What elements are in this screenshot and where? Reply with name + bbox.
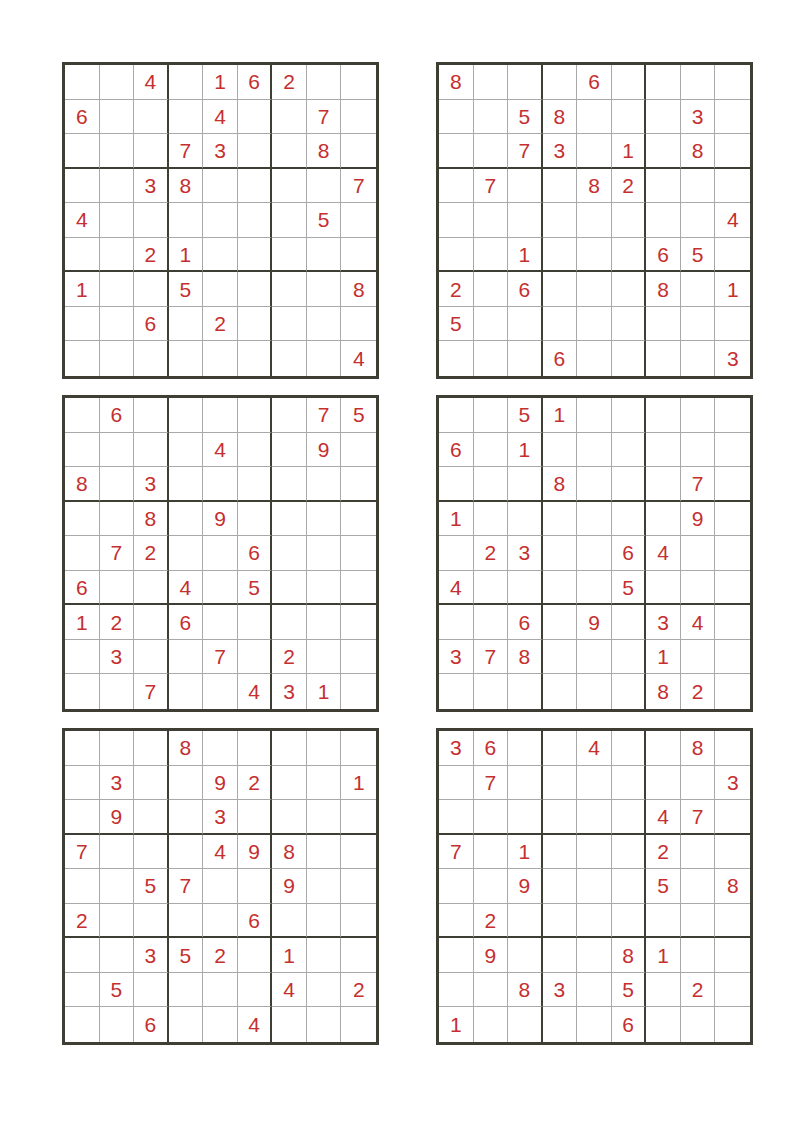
- cell-r5c2: [474, 869, 509, 904]
- cell-r7c5: [577, 938, 612, 973]
- cell-r4c1: [65, 169, 100, 204]
- cell-r1c1: [65, 65, 100, 100]
- cell-r6c7: [272, 238, 307, 273]
- cell-r2c7: [272, 766, 307, 801]
- cell-r6c9: [715, 238, 750, 273]
- cell-r5c4: [543, 536, 578, 571]
- cell-r9c1: [65, 674, 100, 709]
- cell-r5c2: [100, 869, 135, 904]
- cell-r5c3: [134, 203, 169, 238]
- cell-r1c9: [341, 731, 376, 766]
- cell-r4c6: [612, 502, 647, 537]
- cell-r6c3: [508, 904, 543, 939]
- cell-r3c6: 1: [612, 134, 647, 169]
- cell-r4c7: [272, 169, 307, 204]
- cell-r5c3: 2: [134, 536, 169, 571]
- cell-r6c7: [272, 571, 307, 606]
- cell-r8c7: [272, 307, 307, 342]
- cell-r5c5: [203, 869, 238, 904]
- cell-r8c3: 6: [134, 307, 169, 342]
- cell-r3c1: [65, 800, 100, 835]
- cell-r3c7: [646, 467, 681, 502]
- cell-r1c4: 8: [169, 731, 204, 766]
- cell-r1c2: [100, 731, 135, 766]
- cell-r6c9: [341, 571, 376, 606]
- cell-r2c7: [272, 433, 307, 468]
- cell-r5c6: 6: [238, 536, 273, 571]
- cell-r6c1: 6: [65, 571, 100, 606]
- cell-r9c5: [203, 1007, 238, 1042]
- cell-r5c1: [439, 203, 474, 238]
- cell-r3c5: [203, 467, 238, 502]
- sudoku-board-6: 364873477129582981835216: [436, 728, 753, 1045]
- cell-r7c5: [203, 605, 238, 640]
- cell-r9c2: [474, 341, 509, 376]
- cell-r7c1: 1: [65, 272, 100, 307]
- cell-r4c2: [474, 835, 509, 870]
- cell-r4c9: [341, 835, 376, 870]
- cell-r4c4: [169, 502, 204, 537]
- cell-r1c2: [474, 65, 509, 100]
- cell-r1c5: [577, 398, 612, 433]
- cell-r8c6: [238, 307, 273, 342]
- cell-r2c9: [341, 433, 376, 468]
- cell-r9c1: [439, 341, 474, 376]
- cell-r3c9: [341, 467, 376, 502]
- cell-r8c2: 7: [474, 640, 509, 675]
- cell-r9c5: [203, 674, 238, 709]
- cell-r4c2: 7: [474, 169, 509, 204]
- cell-r2c7: [272, 100, 307, 135]
- cell-r3c9: [341, 800, 376, 835]
- cell-r1c6: 6: [238, 65, 273, 100]
- cell-r6c8: [307, 904, 342, 939]
- cell-r2c9: 1: [341, 766, 376, 801]
- cell-r7c8: [307, 938, 342, 973]
- sudoku-sheet: 41626477383874521158624 8658373187824165…: [62, 62, 753, 1045]
- cell-r9c3: [134, 341, 169, 376]
- cell-r4c8: [307, 835, 342, 870]
- cell-r9c6: [238, 341, 273, 376]
- cell-r6c8: [307, 571, 342, 606]
- cell-r9c2: [100, 1007, 135, 1042]
- cell-r9c4: [543, 674, 578, 709]
- cell-r5c7: 5: [646, 869, 681, 904]
- cell-r1c6: [612, 398, 647, 433]
- cell-r2c5: 4: [203, 433, 238, 468]
- cell-r6c1: [439, 238, 474, 273]
- cell-r1c5: 4: [577, 731, 612, 766]
- cell-r5c1: [439, 536, 474, 571]
- cell-r1c1: [439, 398, 474, 433]
- cell-r4c5: [577, 835, 612, 870]
- cell-r2c7: [646, 766, 681, 801]
- cell-r6c6: 6: [238, 904, 273, 939]
- cell-r1c8: 7: [307, 398, 342, 433]
- cell-r2c5: 9: [203, 766, 238, 801]
- cell-r5c8: [681, 203, 716, 238]
- cell-r6c4: [543, 571, 578, 606]
- cell-r5c9: 4: [715, 203, 750, 238]
- cell-r3c4: 7: [169, 134, 204, 169]
- cell-r6c1: [439, 904, 474, 939]
- cell-r5c9: [341, 536, 376, 571]
- cell-r1c5: 6: [577, 65, 612, 100]
- cell-r4c9: [715, 502, 750, 537]
- cell-r1c3: [508, 731, 543, 766]
- cell-r8c7: 4: [272, 973, 307, 1008]
- cell-r6c8: 5: [681, 238, 716, 273]
- cell-r7c6: 8: [612, 938, 647, 973]
- cell-r4c3: 3: [134, 169, 169, 204]
- cell-r4c5: [203, 169, 238, 204]
- cell-r8c8: [681, 307, 716, 342]
- cell-r4c1: 1: [439, 502, 474, 537]
- cell-r9c7: [646, 341, 681, 376]
- cell-r1c8: [307, 731, 342, 766]
- cell-r7c5: 2: [203, 938, 238, 973]
- cell-r1c2: 6: [100, 398, 135, 433]
- cell-r9c4: 6: [543, 341, 578, 376]
- cell-r7c8: 4: [681, 605, 716, 640]
- cell-r2c1: [65, 766, 100, 801]
- cell-r3c2: 9: [100, 800, 135, 835]
- cell-r6c5: [577, 904, 612, 939]
- cell-r1c8: [681, 65, 716, 100]
- cell-r8c9: [341, 640, 376, 675]
- cell-r4c3: [508, 502, 543, 537]
- cell-r4c6: [612, 835, 647, 870]
- cell-r3c4: [169, 467, 204, 502]
- cell-r2c4: [543, 766, 578, 801]
- cell-r4c4: [543, 502, 578, 537]
- cell-r5c4: 7: [169, 869, 204, 904]
- cell-r6c7: 6: [646, 238, 681, 273]
- cell-r2c3: 1: [508, 433, 543, 468]
- cell-r9c3: [508, 674, 543, 709]
- cell-r7c3: [508, 938, 543, 973]
- cell-r5c3: 5: [134, 869, 169, 904]
- cell-r8c6: 5: [612, 973, 647, 1008]
- cell-r1c6: [612, 65, 647, 100]
- cell-r9c8: 1: [307, 674, 342, 709]
- cell-r5c2: 7: [100, 536, 135, 571]
- cell-r9c7: [272, 341, 307, 376]
- cell-r7c8: [681, 272, 716, 307]
- cell-r3c2: [100, 467, 135, 502]
- cell-r7c6: [612, 605, 647, 640]
- cell-r7c8: [681, 938, 716, 973]
- cell-r4c2: [100, 835, 135, 870]
- cell-r7c4: [543, 938, 578, 973]
- cell-r8c1: 5: [439, 307, 474, 342]
- cell-r4c4: [543, 169, 578, 204]
- cell-r8c2: 5: [100, 973, 135, 1008]
- cell-r7c3: 3: [134, 938, 169, 973]
- cell-r7c3: 6: [508, 272, 543, 307]
- cell-r6c9: [715, 904, 750, 939]
- cell-r4c9: [715, 169, 750, 204]
- cell-r3c8: 8: [307, 134, 342, 169]
- cell-r7c2: [474, 272, 509, 307]
- cell-r3c3: [134, 800, 169, 835]
- cell-r3c6: [612, 467, 647, 502]
- cell-r4c6: [238, 502, 273, 537]
- cell-r3c6: [238, 800, 273, 835]
- cell-r2c2: [100, 100, 135, 135]
- cell-r7c6: [238, 605, 273, 640]
- cell-r5c4: [169, 536, 204, 571]
- cell-r5c3: [508, 203, 543, 238]
- cell-r8c8: [307, 640, 342, 675]
- cell-r6c4: [543, 904, 578, 939]
- cell-r9c6: 4: [238, 1007, 273, 1042]
- cell-r6c3: [134, 904, 169, 939]
- cell-r6c1: [65, 238, 100, 273]
- cell-r6c1: 2: [65, 904, 100, 939]
- cell-r8c5: [203, 973, 238, 1008]
- cell-r6c4: 1: [169, 238, 204, 273]
- cell-r4c2: [474, 502, 509, 537]
- cell-r2c3: [134, 100, 169, 135]
- cell-r3c4: [169, 800, 204, 835]
- cell-r8c5: [577, 973, 612, 1008]
- cell-r3c7: [272, 467, 307, 502]
- cell-r9c9: 3: [715, 341, 750, 376]
- cell-r8c5: [577, 640, 612, 675]
- cell-r7c6: [238, 272, 273, 307]
- cell-r4c1: 7: [65, 835, 100, 870]
- cell-r8c9: [341, 307, 376, 342]
- cell-r2c6: [612, 100, 647, 135]
- cell-r3c6: [612, 800, 647, 835]
- cell-r9c4: [169, 674, 204, 709]
- cell-r2c2: [100, 433, 135, 468]
- cell-r9c4: [169, 341, 204, 376]
- cell-r1c6: [612, 731, 647, 766]
- cell-r6c3: [134, 571, 169, 606]
- cell-r4c8: [307, 502, 342, 537]
- cell-r9c1: [65, 341, 100, 376]
- cell-r3c3: [508, 467, 543, 502]
- cell-r4c2: [100, 169, 135, 204]
- cell-r9c9: 4: [341, 341, 376, 376]
- cell-r7c2: [100, 272, 135, 307]
- cell-r2c8: 9: [307, 433, 342, 468]
- cell-r9c7: [646, 1007, 681, 1042]
- cell-r1c4: [169, 398, 204, 433]
- cell-r9c2: [474, 674, 509, 709]
- cell-r5c3: 9: [508, 869, 543, 904]
- cell-r6c5: [203, 904, 238, 939]
- cell-r5c7: [272, 203, 307, 238]
- cell-r7c1: [65, 938, 100, 973]
- cell-r8c3: [134, 640, 169, 675]
- cell-r6c2: [100, 571, 135, 606]
- cell-r9c1: [439, 674, 474, 709]
- cell-r1c5: 1: [203, 65, 238, 100]
- cell-r6c8: [681, 904, 716, 939]
- cell-r9c2: [100, 341, 135, 376]
- cell-r1c9: 5: [341, 398, 376, 433]
- cell-r3c8: [307, 467, 342, 502]
- cell-r2c6: [612, 766, 647, 801]
- cell-r7c6: [238, 938, 273, 973]
- cell-r5c1: 4: [65, 203, 100, 238]
- cell-r8c8: [307, 973, 342, 1008]
- cell-r6c3: 2: [134, 238, 169, 273]
- cell-r2c9: [715, 100, 750, 135]
- cell-r1c9: [715, 398, 750, 433]
- cell-r6c9: [341, 238, 376, 273]
- cell-r5c7: [272, 536, 307, 571]
- cell-r4c8: [307, 169, 342, 204]
- cell-r4c6: 9: [238, 835, 273, 870]
- cell-r9c5: [577, 341, 612, 376]
- cell-r2c6: [238, 100, 273, 135]
- cell-r8c5: 7: [203, 640, 238, 675]
- cell-r5c7: [646, 203, 681, 238]
- cell-r1c8: [681, 398, 716, 433]
- cell-r3c5: 3: [203, 134, 238, 169]
- cell-r3c8: [307, 800, 342, 835]
- cell-r2c3: [134, 433, 169, 468]
- cell-r4c7: [646, 502, 681, 537]
- cell-r2c6: [238, 433, 273, 468]
- cell-r5c9: [715, 536, 750, 571]
- cell-r7c5: [577, 272, 612, 307]
- cell-r3c6: [238, 467, 273, 502]
- cell-r8c3: 8: [508, 640, 543, 675]
- cell-r6c6: 5: [238, 571, 273, 606]
- cell-r3c5: [577, 467, 612, 502]
- cell-r4c5: 8: [577, 169, 612, 204]
- cell-r7c9: [715, 605, 750, 640]
- cell-r8c1: [439, 973, 474, 1008]
- cell-r2c3: [508, 766, 543, 801]
- cell-r8c1: [65, 973, 100, 1008]
- cell-r5c5: [577, 536, 612, 571]
- cell-r9c4: [543, 1007, 578, 1042]
- cell-r3c9: [341, 134, 376, 169]
- cell-r8c4: [169, 973, 204, 1008]
- cell-r4c5: 9: [203, 502, 238, 537]
- cell-r7c3: [134, 605, 169, 640]
- cell-r7c9: [341, 938, 376, 973]
- cell-r6c4: [169, 904, 204, 939]
- cell-r2c4: [169, 100, 204, 135]
- cell-r5c7: 4: [646, 536, 681, 571]
- sudoku-board-2: 86583731878241652681563: [436, 62, 753, 379]
- cell-r4c8: 9: [681, 502, 716, 537]
- cell-r7c9: [341, 605, 376, 640]
- cell-r6c2: 2: [474, 904, 509, 939]
- cell-r5c1: [65, 536, 100, 571]
- cell-r3c7: 4: [646, 800, 681, 835]
- cell-r8c5: 2: [203, 307, 238, 342]
- cell-r9c3: 7: [134, 674, 169, 709]
- cell-r2c6: [612, 433, 647, 468]
- cell-r6c4: [543, 238, 578, 273]
- cell-r7c4: [543, 605, 578, 640]
- cell-r1c1: [65, 398, 100, 433]
- cell-r4c8: [681, 835, 716, 870]
- cell-r2c8: 3: [681, 100, 716, 135]
- cell-r2c2: 7: [474, 766, 509, 801]
- cell-r1c6: [238, 731, 273, 766]
- cell-r6c4: 4: [169, 571, 204, 606]
- cell-r8c4: [543, 307, 578, 342]
- cell-r2c4: [169, 433, 204, 468]
- cell-r9c7: 8: [646, 674, 681, 709]
- cell-r2c4: 8: [543, 100, 578, 135]
- cell-r2c9: [341, 100, 376, 135]
- cell-r6c6: [612, 904, 647, 939]
- cell-r9c2: [100, 674, 135, 709]
- cell-r2c8: [307, 766, 342, 801]
- cell-r8c5: [577, 307, 612, 342]
- cell-r9c5: [203, 341, 238, 376]
- cell-r7c3: [134, 272, 169, 307]
- cell-r2c7: [646, 433, 681, 468]
- cell-r3c4: [543, 800, 578, 835]
- cell-r4c4: [169, 835, 204, 870]
- cell-r8c3: [508, 307, 543, 342]
- cell-r4c2: [100, 502, 135, 537]
- cell-r8c2: [474, 973, 509, 1008]
- cell-r3c7: [272, 134, 307, 169]
- cell-r7c4: 5: [169, 272, 204, 307]
- cell-r5c8: [307, 869, 342, 904]
- cell-r9c1: 1: [439, 1007, 474, 1042]
- cell-r7c4: [543, 272, 578, 307]
- cell-r8c2: [100, 307, 135, 342]
- cell-r8c8: [307, 307, 342, 342]
- cell-r3c2: [100, 134, 135, 169]
- cell-r2c8: [681, 433, 716, 468]
- cell-r8c4: [169, 640, 204, 675]
- cell-r6c2: [100, 238, 135, 273]
- cell-r8c9: [715, 640, 750, 675]
- cell-r4c3: 1: [508, 835, 543, 870]
- cell-r1c8: [307, 65, 342, 100]
- cell-r1c6: [238, 398, 273, 433]
- cell-r7c7: 8: [646, 272, 681, 307]
- cell-r8c6: [612, 640, 647, 675]
- cell-r6c1: 4: [439, 571, 474, 606]
- cell-r3c2: [474, 134, 509, 169]
- cell-r3c4: 8: [543, 467, 578, 502]
- cell-r2c3: [134, 766, 169, 801]
- cell-r8c1: [65, 640, 100, 675]
- cell-r1c3: 4: [134, 65, 169, 100]
- cell-r4c7: 2: [646, 835, 681, 870]
- cell-r3c9: [715, 134, 750, 169]
- cell-r5c4: [169, 203, 204, 238]
- cell-r3c4: 3: [543, 134, 578, 169]
- cell-r6c8: [681, 571, 716, 606]
- cell-r3c3: 7: [508, 134, 543, 169]
- cell-r6c6: [238, 238, 273, 273]
- cell-r5c5: [577, 869, 612, 904]
- cell-r8c1: 3: [439, 640, 474, 675]
- cell-r6c5: [203, 571, 238, 606]
- cell-r1c8: 8: [681, 731, 716, 766]
- cell-r5c4: [543, 869, 578, 904]
- cell-r3c3: [134, 134, 169, 169]
- cell-r3c3: [508, 800, 543, 835]
- cell-r7c1: [439, 938, 474, 973]
